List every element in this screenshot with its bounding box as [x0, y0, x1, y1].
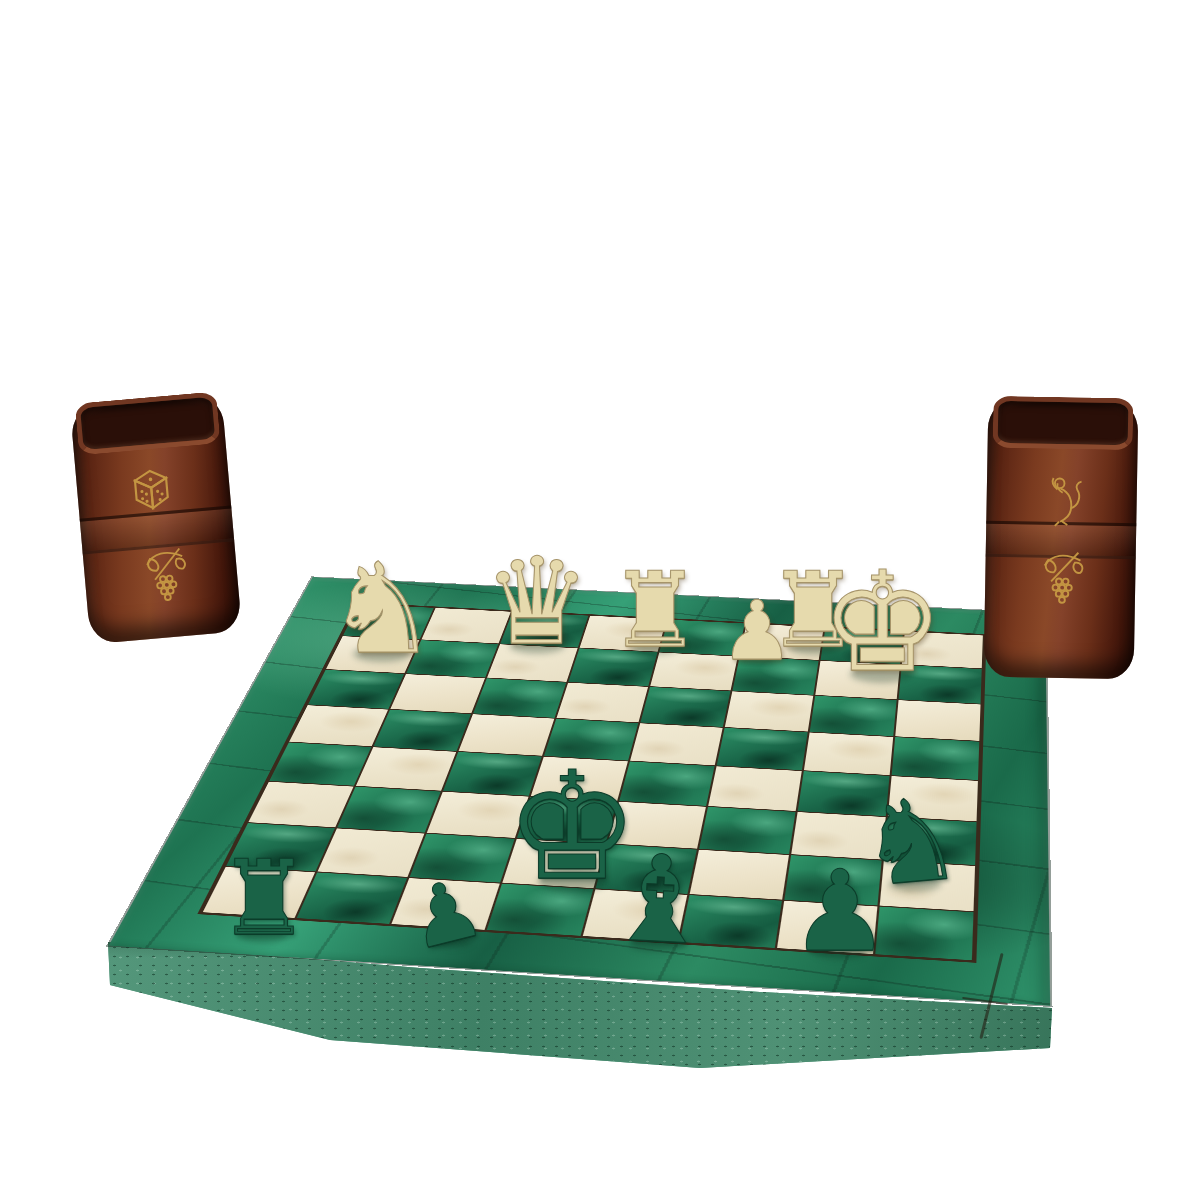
piece-cream-king-h8[interactable]: ♚	[820, 554, 944, 692]
square-b2[interactable]	[318, 828, 425, 876]
square-a4[interactable]	[269, 742, 371, 785]
cup-right-opening	[993, 396, 1134, 450]
grapes-emblem-left	[136, 543, 195, 605]
square-f5[interactable]	[717, 728, 808, 770]
square-b5[interactable]	[374, 710, 471, 751]
dice-cup-left[interactable]	[70, 394, 242, 644]
square-h6[interactable]	[895, 700, 980, 741]
piece-malachite-bishop-e1[interactable]: ♝	[603, 837, 717, 962]
square-e6[interactable]	[640, 687, 730, 727]
dice-emblem	[125, 464, 177, 518]
dice-cup-right[interactable]	[984, 399, 1139, 680]
square-b1[interactable]	[297, 872, 407, 923]
piece-malachite-rook-a1[interactable]: ♜	[217, 846, 310, 950]
piece-cream-knight-a8[interactable]: ♞	[326, 546, 438, 671]
square-f6[interactable]	[725, 691, 813, 731]
square-b3[interactable]	[337, 787, 440, 833]
square-d6[interactable]	[557, 683, 649, 723]
square-a5[interactable]	[289, 705, 388, 746]
square-a3[interactable]	[248, 782, 353, 828]
piece-cream-queen-c8[interactable]: ♛	[483, 542, 591, 662]
product-photo: ♞♛♜♟♜♚♚♞♜♟♝♟	[0, 0, 1200, 1200]
piece-malachite-pawn-g1[interactable]: ♟	[790, 855, 890, 967]
grapes-emblem-right	[1035, 548, 1090, 607]
square-c6[interactable]	[473, 678, 566, 717]
square-b4[interactable]	[356, 747, 456, 790]
piece-cream-rook-e8[interactable]: ♜	[608, 558, 701, 662]
square-f4[interactable]	[708, 766, 802, 811]
square-e5[interactable]	[630, 723, 723, 765]
lion-emblem	[1044, 474, 1089, 529]
square-g5[interactable]	[804, 732, 893, 775]
